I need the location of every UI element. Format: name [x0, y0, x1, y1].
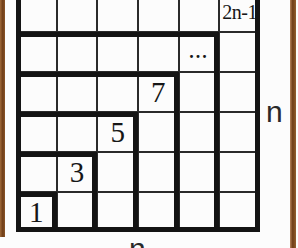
cell-r3c3 — [97, 72, 138, 112]
cell-r4c4 — [138, 112, 179, 152]
cell-r5c5 — [179, 152, 220, 192]
cell-r6c5 — [179, 192, 220, 232]
cell-r4c3: 5 — [97, 112, 138, 152]
label-n-right: n — [266, 97, 283, 127]
cell-r6c6 — [219, 192, 260, 232]
cell-r1c3 — [97, 0, 138, 32]
cell-r1c1 — [16, 0, 57, 32]
cell-r5c1 — [16, 152, 57, 192]
cell-r5c2: 3 — [57, 152, 98, 192]
framed-diagram: 2n-1...7531 n n — [0, 0, 298, 248]
cell-r4c5 — [179, 112, 220, 152]
cell-r3c4: 7 — [138, 72, 179, 112]
cell-r5c6 — [219, 152, 260, 192]
cell-r1c2 — [57, 0, 98, 32]
cell-r5c4 — [138, 152, 179, 192]
cell-r6c1: 1 — [16, 192, 57, 232]
cell-r5c3 — [97, 152, 138, 192]
cell-r2c6 — [219, 32, 260, 72]
cell-r1c4 — [138, 0, 179, 32]
cell-r6c2 — [57, 192, 98, 232]
cell-r4c2 — [57, 112, 98, 152]
cell-r1c5 — [179, 0, 220, 32]
cell-r3c6 — [219, 72, 260, 112]
cell-r3c1 — [16, 72, 57, 112]
cell-r3c2 — [57, 72, 98, 112]
cell-r4c1 — [16, 112, 57, 152]
label-n-bottom: n — [129, 234, 146, 248]
cell-r6c3 — [97, 192, 138, 232]
frame-border-right — [290, 0, 296, 248]
cell-r2c5: ... — [179, 32, 220, 72]
frame-border-left — [0, 0, 5, 237]
cell-r2c1 — [16, 32, 57, 72]
cell-r2c3 — [97, 32, 138, 72]
board: 2n-1...7531 — [16, 0, 260, 232]
cell-r2c2 — [57, 32, 98, 72]
cell-r4c6 — [219, 112, 260, 152]
cell-r1c6: 2n-1 — [219, 0, 260, 32]
cell-r6c4 — [138, 192, 179, 232]
cell-r3c5 — [179, 72, 220, 112]
cell-r2c4 — [138, 32, 179, 72]
